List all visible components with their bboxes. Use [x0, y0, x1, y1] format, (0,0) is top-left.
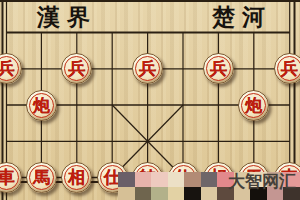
mosaic-block	[168, 172, 185, 187]
river-label-chuhe: 楚河	[212, 2, 272, 33]
piece-red-soldier[interactable]: 兵	[132, 53, 163, 84]
piece-red-soldier[interactable]: 兵	[61, 53, 92, 84]
piece-red-elephant[interactable]: 相	[61, 162, 92, 193]
piece-glyph: 兵	[62, 54, 91, 83]
mosaic-block	[168, 187, 185, 200]
piece-red-soldier[interactable]: 兵	[0, 53, 22, 84]
piece-red-soldier[interactable]: 兵	[203, 53, 234, 84]
mosaic-block	[184, 187, 201, 200]
piece-glyph: 兵	[0, 54, 21, 83]
piece-glyph: 兵	[133, 54, 162, 83]
watermark-text: 大智网汇	[228, 172, 296, 191]
mosaic-block	[118, 187, 135, 200]
piece-glyph: 炮	[27, 91, 56, 120]
piece-red-soldier[interactable]: 兵	[274, 53, 300, 84]
piece-glyph: 車	[0, 163, 21, 192]
mosaic-block	[118, 172, 135, 187]
piece-red-cannon[interactable]: 炮	[238, 90, 269, 121]
piece-red-chariot[interactable]: 車	[0, 162, 22, 193]
piece-glyph: 兵	[204, 54, 233, 83]
mosaic-block	[135, 172, 152, 187]
river-label-hanjie: 漢界	[37, 2, 97, 33]
piece-glyph: 相	[62, 163, 91, 192]
mosaic-block	[201, 187, 218, 200]
mosaic-block	[151, 187, 168, 200]
piece-glyph: 兵	[275, 54, 300, 83]
piece-glyph: 馬	[27, 163, 56, 192]
piece-glyph: 炮	[239, 91, 268, 120]
piece-red-cannon[interactable]: 炮	[26, 90, 57, 121]
mosaic-block	[201, 172, 218, 187]
xiangqi-board: 漢界 楚河 兵兵兵兵兵炮炮車馬相仕帥仕相馬車 大智网汇	[0, 0, 300, 200]
piece-red-horse[interactable]: 馬	[26, 162, 57, 193]
mosaic-block	[135, 187, 152, 200]
mosaic-block	[184, 172, 201, 187]
mosaic-block	[151, 172, 168, 187]
